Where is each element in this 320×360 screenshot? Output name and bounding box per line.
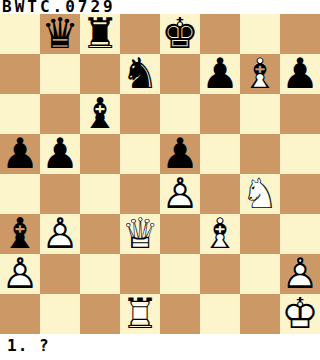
white-rook-icon-outline: ♖	[120, 294, 160, 334]
square-h7[interactable]: ♟	[280, 54, 320, 94]
square-d5[interactable]	[120, 134, 160, 174]
square-d8[interactable]	[120, 14, 160, 54]
white-knight-icon-outline: ♘	[240, 174, 280, 214]
square-c7[interactable]	[80, 54, 120, 94]
square-b4[interactable]	[40, 174, 80, 214]
square-f4[interactable]	[200, 174, 240, 214]
white-bishop-icon-outline: ♗	[200, 214, 240, 254]
square-h8[interactable]	[280, 14, 320, 54]
square-a1[interactable]	[0, 294, 40, 334]
square-b6[interactable]	[40, 94, 80, 134]
square-g7[interactable]: ♝♗	[240, 54, 280, 94]
white-pawn-icon: ♟	[160, 174, 200, 214]
black-bishop-icon: ♝	[0, 214, 40, 254]
square-b2[interactable]	[40, 254, 80, 294]
square-g1[interactable]	[240, 294, 280, 334]
black-pawn-icon: ♟	[0, 134, 40, 174]
square-g3[interactable]	[240, 214, 280, 254]
square-e6[interactable]	[160, 94, 200, 134]
square-a2[interactable]: ♟♙	[0, 254, 40, 294]
square-h1[interactable]: ♚♔	[280, 294, 320, 334]
square-d2[interactable]	[120, 254, 160, 294]
square-e3[interactable]	[160, 214, 200, 254]
puzzle-id: BWTC.0729	[0, 0, 320, 14]
square-a8[interactable]	[0, 14, 40, 54]
square-c2[interactable]	[80, 254, 120, 294]
square-a4[interactable]	[0, 174, 40, 214]
square-e4[interactable]: ♟♙	[160, 174, 200, 214]
square-a3[interactable]: ♝	[0, 214, 40, 254]
square-c5[interactable]	[80, 134, 120, 174]
square-a7[interactable]	[0, 54, 40, 94]
square-b1[interactable]	[40, 294, 80, 334]
square-e2[interactable]	[160, 254, 200, 294]
white-pawn-icon: ♟	[280, 254, 320, 294]
square-d6[interactable]	[120, 94, 160, 134]
black-queen-icon: ♛	[40, 14, 80, 54]
square-f7[interactable]: ♟	[200, 54, 240, 94]
square-c6[interactable]: ♝	[80, 94, 120, 134]
black-rook-icon: ♜	[80, 14, 120, 54]
square-b7[interactable]	[40, 54, 80, 94]
square-g2[interactable]	[240, 254, 280, 294]
square-c1[interactable]	[80, 294, 120, 334]
white-pawn-icon-outline: ♙	[280, 254, 320, 294]
square-g6[interactable]	[240, 94, 280, 134]
white-pawn-icon-outline: ♙	[0, 254, 40, 294]
square-e7[interactable]	[160, 54, 200, 94]
square-f1[interactable]	[200, 294, 240, 334]
square-h2[interactable]: ♟♙	[280, 254, 320, 294]
square-f2[interactable]	[200, 254, 240, 294]
square-d3[interactable]: ♛♕	[120, 214, 160, 254]
black-pawn-icon: ♟	[280, 54, 320, 94]
white-pawn-icon: ♟	[40, 214, 80, 254]
black-pawn-icon: ♟	[160, 134, 200, 174]
square-c4[interactable]	[80, 174, 120, 214]
square-g8[interactable]	[240, 14, 280, 54]
white-queen-icon: ♛	[120, 214, 160, 254]
square-b8[interactable]: ♛	[40, 14, 80, 54]
square-a5[interactable]: ♟	[0, 134, 40, 174]
white-bishop-icon: ♝	[200, 214, 240, 254]
white-king-icon: ♚	[280, 294, 320, 334]
square-d7[interactable]: ♞	[120, 54, 160, 94]
square-h6[interactable]	[280, 94, 320, 134]
white-pawn-icon: ♟	[0, 254, 40, 294]
square-e5[interactable]: ♟	[160, 134, 200, 174]
black-pawn-icon: ♟	[40, 134, 80, 174]
square-e1[interactable]	[160, 294, 200, 334]
square-g5[interactable]	[240, 134, 280, 174]
square-f5[interactable]	[200, 134, 240, 174]
square-h5[interactable]	[280, 134, 320, 174]
square-f8[interactable]	[200, 14, 240, 54]
square-h4[interactable]	[280, 174, 320, 214]
square-d1[interactable]: ♜♖	[120, 294, 160, 334]
white-knight-icon: ♞	[240, 174, 280, 214]
square-d4[interactable]	[120, 174, 160, 214]
square-b3[interactable]: ♟♙	[40, 214, 80, 254]
square-e8[interactable]: ♚	[160, 14, 200, 54]
square-a6[interactable]	[0, 94, 40, 134]
move-prompt: 1. ?	[0, 334, 320, 360]
black-pawn-icon: ♟	[200, 54, 240, 94]
white-queen-icon-outline: ♕	[120, 214, 160, 254]
black-knight-icon: ♞	[120, 54, 160, 94]
white-bishop-icon-outline: ♗	[240, 54, 280, 94]
square-c8[interactable]: ♜	[80, 14, 120, 54]
white-rook-icon: ♜	[120, 294, 160, 334]
square-b5[interactable]: ♟	[40, 134, 80, 174]
square-f6[interactable]	[200, 94, 240, 134]
square-h3[interactable]	[280, 214, 320, 254]
square-f3[interactable]: ♝♗	[200, 214, 240, 254]
square-c3[interactable]	[80, 214, 120, 254]
black-king-icon: ♚	[160, 14, 200, 54]
black-bishop-icon: ♝	[80, 94, 120, 134]
chess-board: ♛♜♚♞♟♝♗♟♝♟♟♟♟♙♞♘♝♟♙♛♕♝♗♟♙♟♙♜♖♚♔	[0, 14, 320, 334]
white-pawn-icon-outline: ♙	[40, 214, 80, 254]
square-g4[interactable]: ♞♘	[240, 174, 280, 214]
white-bishop-icon: ♝	[240, 54, 280, 94]
white-king-icon-outline: ♔	[280, 294, 320, 334]
white-pawn-icon-outline: ♙	[160, 174, 200, 214]
